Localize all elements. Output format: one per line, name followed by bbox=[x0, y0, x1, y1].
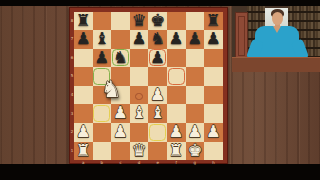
square-e7[interactable]: ♞ bbox=[148, 30, 167, 49]
piece-white-king-g1[interactable]: ♚ bbox=[187, 142, 202, 161]
square-c2[interactable]: ♟ bbox=[111, 123, 130, 142]
piece-black-pawn-d7[interactable]: ♟ bbox=[132, 30, 147, 49]
rank-label-1: 1 bbox=[71, 149, 74, 153]
square-b2[interactable] bbox=[93, 123, 112, 142]
square-f6[interactable] bbox=[167, 49, 186, 68]
square-h8[interactable]: ♜ bbox=[204, 12, 223, 31]
square-c7[interactable] bbox=[111, 30, 130, 49]
square-a6[interactable] bbox=[74, 49, 93, 68]
highlight-frame-b3 bbox=[93, 105, 110, 122]
square-g1[interactable]: ♚ bbox=[186, 142, 205, 161]
file-label-g: g bbox=[194, 161, 197, 165]
square-g8[interactable] bbox=[186, 12, 205, 31]
chess-board: ♜♛♚♜♟♝♟♞♟♟♟♟♞♟♟♟♝♝♟♟♟♟♟♜♛♜♚ 87654321 abc… bbox=[69, 7, 228, 164]
square-d8[interactable]: ♛ bbox=[130, 12, 149, 31]
piece-white-pawn-e4[interactable]: ♟ bbox=[150, 86, 165, 105]
piece-black-rook-a8[interactable]: ♜ bbox=[76, 12, 91, 31]
rank-label-2: 2 bbox=[71, 130, 74, 134]
square-d5[interactable] bbox=[130, 67, 149, 86]
square-e1[interactable] bbox=[148, 142, 167, 161]
rank-label-3: 3 bbox=[71, 112, 74, 116]
square-h5[interactable] bbox=[204, 67, 223, 86]
square-a3[interactable] bbox=[74, 104, 93, 123]
square-h6[interactable] bbox=[204, 49, 223, 68]
piece-white-pawn-h2[interactable]: ♟ bbox=[206, 123, 221, 142]
piece-black-bishop-b7[interactable]: ♝ bbox=[94, 30, 109, 49]
square-e3[interactable]: ♝ bbox=[148, 104, 167, 123]
square-f4[interactable] bbox=[167, 86, 186, 105]
piece-black-pawn-b6[interactable]: ♟ bbox=[94, 49, 109, 68]
square-b8[interactable] bbox=[93, 12, 112, 31]
rank-label-4: 4 bbox=[71, 93, 74, 97]
piece-white-rook-f1[interactable]: ♜ bbox=[169, 142, 184, 161]
square-a4[interactable] bbox=[74, 86, 93, 105]
square-f1[interactable]: ♜ bbox=[167, 142, 186, 161]
square-d3[interactable]: ♝ bbox=[130, 104, 149, 123]
webcam bbox=[232, 6, 320, 72]
square-e5[interactable] bbox=[148, 67, 167, 86]
square-a1[interactable]: ♜ bbox=[74, 142, 93, 161]
piece-black-pawn-f7[interactable]: ♟ bbox=[169, 30, 184, 49]
rank-label-8: 8 bbox=[71, 19, 74, 23]
square-b7[interactable]: ♝ bbox=[93, 30, 112, 49]
piece-white-pawn-c3[interactable]: ♟ bbox=[113, 104, 128, 123]
file-label-d: d bbox=[138, 161, 141, 165]
square-e2[interactable] bbox=[148, 123, 167, 142]
rank-label-6: 6 bbox=[71, 56, 74, 60]
square-g4[interactable] bbox=[186, 86, 205, 105]
square-d6[interactable] bbox=[130, 49, 149, 68]
highlight-frame-f5 bbox=[168, 68, 185, 85]
highlight-frame-e2 bbox=[149, 124, 166, 141]
square-g3[interactable] bbox=[186, 104, 205, 123]
square-c8[interactable] bbox=[111, 12, 130, 31]
piece-black-rook-h8[interactable]: ♜ bbox=[206, 12, 221, 31]
square-h4[interactable] bbox=[204, 86, 223, 105]
square-e4[interactable]: ♟ bbox=[148, 86, 167, 105]
square-c1[interactable] bbox=[111, 142, 130, 161]
piece-black-pawn-e6[interactable]: ♟ bbox=[150, 49, 165, 68]
square-a5[interactable] bbox=[74, 67, 93, 86]
square-a2[interactable]: ♟ bbox=[74, 123, 93, 142]
square-d7[interactable]: ♟ bbox=[130, 30, 149, 49]
piece-black-knight-c6[interactable]: ♞ bbox=[113, 49, 128, 68]
square-h3[interactable] bbox=[204, 104, 223, 123]
square-h2[interactable]: ♟ bbox=[204, 123, 223, 142]
dragged-white-knight[interactable]: ♞ bbox=[101, 78, 122, 101]
square-a8[interactable]: ♜ bbox=[74, 12, 93, 31]
square-f5[interactable] bbox=[167, 67, 186, 86]
square-d2[interactable] bbox=[130, 123, 149, 142]
square-c3[interactable]: ♟ bbox=[111, 104, 130, 123]
piece-white-pawn-g2[interactable]: ♟ bbox=[187, 123, 202, 142]
square-b1[interactable] bbox=[93, 142, 112, 161]
desk bbox=[232, 57, 320, 72]
piece-white-rook-a1[interactable]: ♜ bbox=[76, 142, 91, 161]
square-d4[interactable] bbox=[130, 86, 149, 105]
piece-white-pawn-a2[interactable]: ♟ bbox=[76, 123, 91, 142]
piece-white-bishop-e3[interactable]: ♝ bbox=[150, 104, 165, 123]
piece-white-pawn-c2[interactable]: ♟ bbox=[113, 123, 128, 142]
board-grid: ♜♛♚♜♟♝♟♞♟♟♟♟♞♟♟♟♝♝♟♟♟♟♟♜♛♜♚ bbox=[74, 12, 223, 161]
piece-white-bishop-d3[interactable]: ♝ bbox=[132, 104, 147, 123]
piece-black-pawn-a7[interactable]: ♟ bbox=[76, 30, 91, 49]
piece-black-pawn-h7[interactable]: ♟ bbox=[206, 30, 221, 49]
square-g6[interactable] bbox=[186, 49, 205, 68]
square-e8[interactable]: ♚ bbox=[148, 12, 167, 31]
video-frame: ♜♛♚♜♟♝♟♞♟♟♟♟♞♟♟♟♝♝♟♟♟♟♟♜♛♜♚ 87654321 abc… bbox=[0, 0, 320, 180]
square-g7[interactable]: ♟ bbox=[186, 30, 205, 49]
streamer-face bbox=[272, 12, 284, 25]
file-label-f: f bbox=[176, 161, 177, 165]
square-d1[interactable]: ♛ bbox=[130, 142, 149, 161]
square-f3[interactable] bbox=[167, 104, 186, 123]
file-label-c: c bbox=[119, 161, 121, 165]
square-f2[interactable]: ♟ bbox=[167, 123, 186, 142]
square-a7[interactable]: ♟ bbox=[74, 30, 93, 49]
rank-label-5: 5 bbox=[71, 74, 74, 78]
square-f8[interactable] bbox=[167, 12, 186, 31]
square-h1[interactable] bbox=[204, 142, 223, 161]
square-h7[interactable]: ♟ bbox=[204, 30, 223, 49]
file-label-a: a bbox=[82, 161, 84, 165]
file-label-h: h bbox=[212, 161, 215, 165]
square-g5[interactable] bbox=[186, 67, 205, 86]
square-b3[interactable] bbox=[93, 104, 112, 123]
square-e6[interactable]: ♟ bbox=[148, 49, 167, 68]
bottom-letterbox bbox=[0, 164, 320, 180]
top-letterbox bbox=[0, 0, 320, 6]
circle-annotation-d4 bbox=[135, 93, 143, 101]
door bbox=[235, 12, 248, 60]
square-c6[interactable]: ♞ bbox=[111, 49, 130, 68]
piece-black-queen-d8[interactable]: ♛ bbox=[132, 12, 147, 31]
piece-white-pawn-f2[interactable]: ♟ bbox=[169, 123, 184, 142]
piece-black-king-e8[interactable]: ♚ bbox=[150, 12, 165, 31]
square-g2[interactable]: ♟ bbox=[186, 123, 205, 142]
piece-white-queen-d1[interactable]: ♛ bbox=[132, 142, 147, 161]
file-label-e: e bbox=[156, 161, 158, 165]
piece-black-knight-e7[interactable]: ♞ bbox=[150, 30, 165, 49]
piece-black-pawn-g7[interactable]: ♟ bbox=[187, 30, 202, 49]
square-f7[interactable]: ♟ bbox=[167, 30, 186, 49]
file-label-b: b bbox=[101, 161, 104, 165]
rank-label-7: 7 bbox=[71, 37, 74, 41]
square-b6[interactable]: ♟ bbox=[93, 49, 112, 68]
